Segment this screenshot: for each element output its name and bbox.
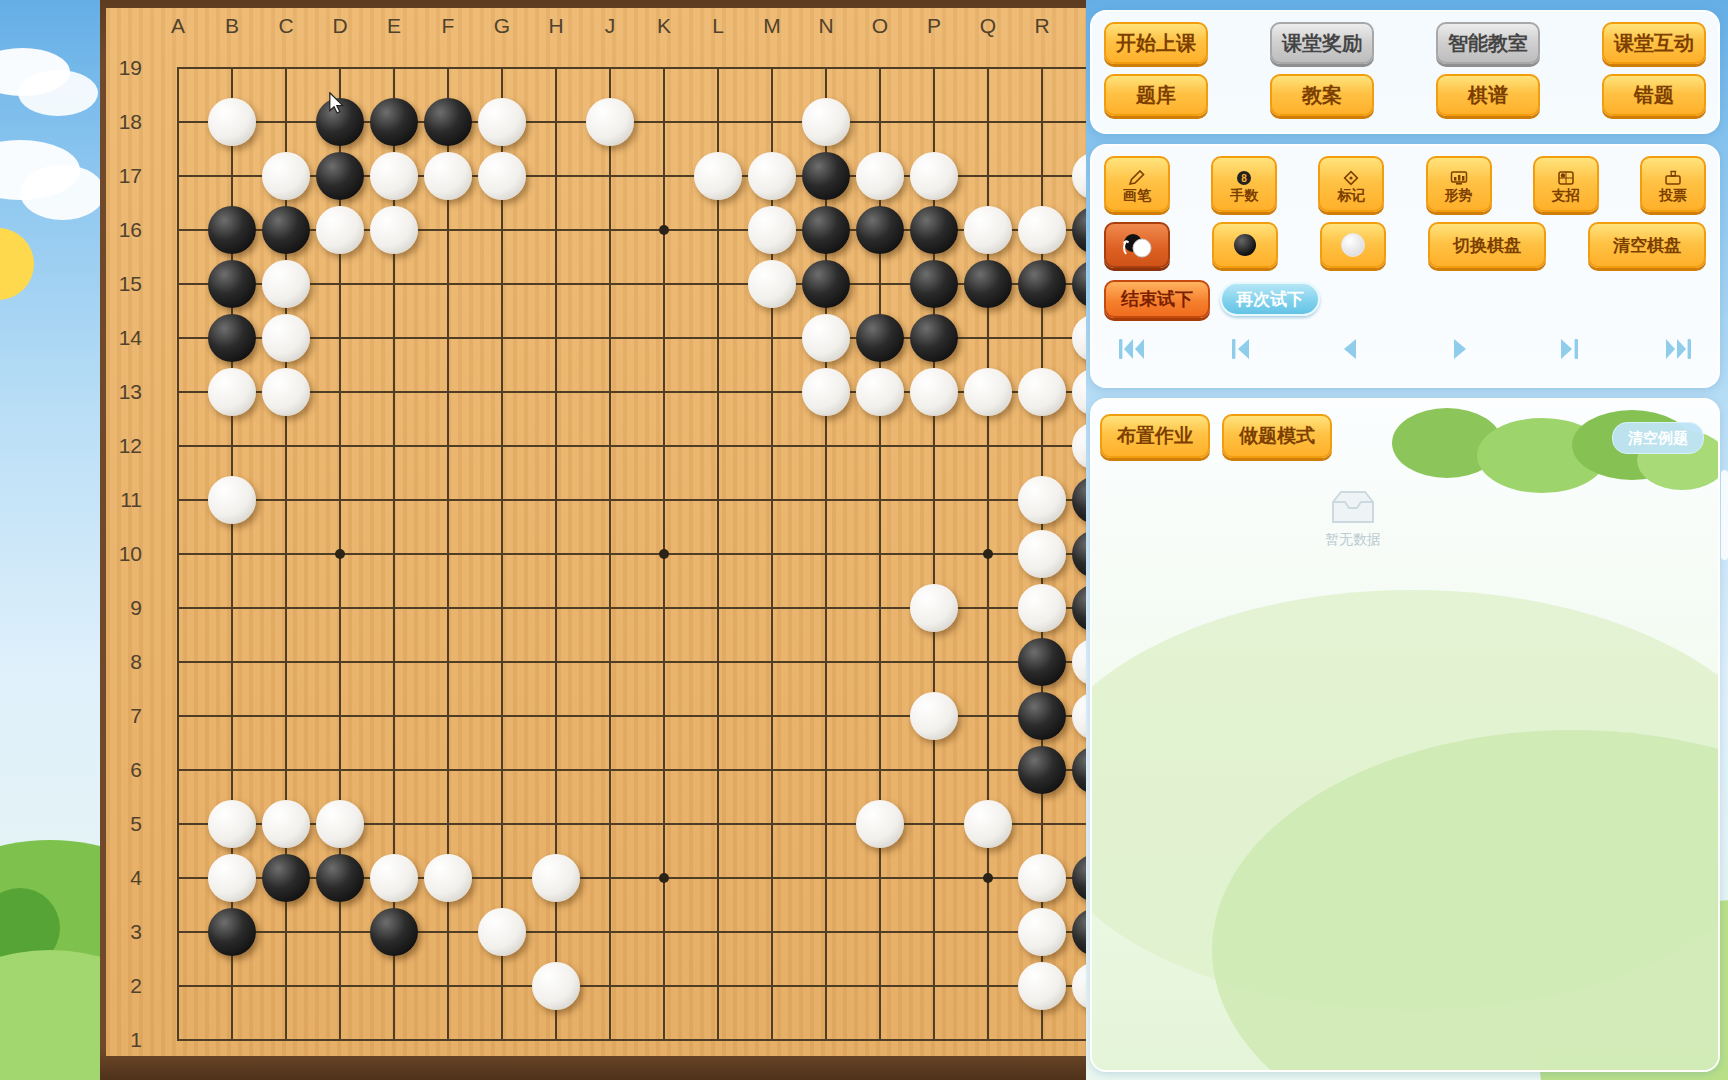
board-tools-card: 画笔 8 手数 标记 形势 支招 投票 — [1090, 144, 1720, 388]
stone-white[interactable] — [856, 368, 904, 416]
stone-black[interactable] — [964, 260, 1012, 308]
stone-white[interactable] — [262, 368, 310, 416]
stone-black[interactable] — [856, 206, 904, 254]
step-forward-bar-icon — [1556, 336, 1582, 362]
stone-white[interactable] — [748, 152, 796, 200]
column-label: P — [919, 14, 949, 38]
grid-line-horizontal — [177, 985, 1086, 987]
stone-white[interactable] — [208, 98, 256, 146]
column-label: L — [703, 14, 733, 38]
stone-black[interactable] — [316, 854, 364, 902]
smart-classroom-button[interactable]: 智能教室 — [1436, 22, 1540, 64]
stone-white[interactable] — [910, 584, 958, 632]
stone-white[interactable] — [910, 152, 958, 200]
stone-white[interactable] — [910, 692, 958, 740]
column-label: O — [865, 14, 895, 38]
row-label: 4 — [108, 866, 142, 890]
row-label: 11 — [108, 488, 142, 512]
stone-white[interactable] — [532, 962, 580, 1010]
class-interaction-button[interactable]: 课堂互动 — [1602, 22, 1706, 64]
stone-white[interactable] — [748, 260, 796, 308]
retry-trial-button[interactable]: 再次试下 — [1220, 282, 1320, 316]
stone-black[interactable] — [1018, 746, 1066, 794]
row-label: 15 — [108, 272, 142, 296]
assign-homework-button[interactable]: 布置作业 — [1100, 414, 1210, 458]
stone-white[interactable] — [1018, 962, 1066, 1010]
column-label: F — [433, 14, 463, 38]
row-label: 14 — [108, 326, 142, 350]
stone-white[interactable] — [802, 368, 850, 416]
hoshi-point — [659, 225, 669, 235]
cloud — [18, 70, 98, 116]
homework-card: 布置作业 做题模式 清空例题 暂无数据 — [1090, 398, 1720, 1072]
stone-black[interactable] — [1072, 530, 1086, 578]
grid-line-horizontal — [177, 67, 1086, 69]
stone-white[interactable] — [802, 314, 850, 362]
sun — [0, 228, 34, 300]
move-number-icon: 8 — [1235, 170, 1253, 186]
stone-white[interactable] — [1018, 476, 1066, 524]
stone-white[interactable] — [1018, 368, 1066, 416]
scrollbar-thumb[interactable] — [1721, 470, 1728, 560]
stone-white[interactable] — [208, 800, 256, 848]
stone-white[interactable] — [262, 260, 310, 308]
stone-white[interactable] — [262, 314, 310, 362]
marker-tool-button[interactable]: 标记 — [1318, 156, 1384, 212]
vote-tool-button[interactable]: 投票 — [1640, 156, 1706, 212]
stone-black[interactable] — [424, 98, 472, 146]
row-label: 2 — [108, 974, 142, 998]
stone-white[interactable] — [910, 368, 958, 416]
step-forward-bar-button[interactable] — [1547, 330, 1591, 368]
stone-white[interactable] — [1072, 692, 1086, 740]
stone-black[interactable] — [802, 260, 850, 308]
svg-text:8: 8 — [1241, 172, 1247, 183]
black-stone-mode-button[interactable] — [1212, 222, 1278, 268]
start-class-button[interactable]: 开始上课 — [1104, 22, 1208, 64]
pencil-icon — [1128, 170, 1146, 186]
column-label: S — [1081, 14, 1086, 38]
column-label: A — [163, 14, 193, 38]
end-trial-button[interactable]: 结束试下 — [1104, 280, 1210, 318]
stone-black[interactable] — [370, 908, 418, 956]
grid-line-horizontal — [177, 769, 1086, 771]
stone-black[interactable] — [1018, 638, 1066, 686]
stone-white[interactable] — [370, 854, 418, 902]
skip-to-last-icon — [1663, 336, 1693, 362]
stone-white[interactable] — [1018, 584, 1066, 632]
stone-black[interactable] — [208, 206, 256, 254]
stone-white[interactable] — [856, 152, 904, 200]
stone-black[interactable] — [856, 314, 904, 362]
stone-white[interactable] — [1018, 854, 1066, 902]
row-label: 12 — [108, 434, 142, 458]
row-label: 18 — [108, 110, 142, 134]
row-label: 9 — [108, 596, 142, 620]
stone-white[interactable] — [1018, 206, 1066, 254]
stone-black[interactable] — [208, 260, 256, 308]
row-label: 19 — [108, 56, 142, 80]
cloud — [20, 165, 105, 220]
move-number-tool-button[interactable]: 8 手数 — [1211, 156, 1277, 212]
grid-line-horizontal — [177, 931, 1086, 933]
stone-black[interactable] — [1018, 260, 1066, 308]
row-label: 10 — [108, 542, 142, 566]
stone-black[interactable] — [910, 314, 958, 362]
grid-line-horizontal — [177, 877, 1086, 879]
grid-line-horizontal — [177, 1039, 1086, 1041]
stone-white[interactable] — [856, 800, 904, 848]
hoshi-point — [659, 873, 669, 883]
black-white-alternate-icon — [1120, 231, 1154, 259]
stone-white[interactable] — [1072, 314, 1086, 362]
clear-board-button[interactable]: 清空棋盘 — [1588, 222, 1706, 268]
alternate-stone-mode-button[interactable] — [1104, 222, 1170, 268]
territory-chart-icon — [1450, 170, 1468, 186]
step-forward-icon — [1447, 336, 1473, 362]
row-label: 1 — [108, 1028, 142, 1052]
class-controls-card: 开始上课 课堂奖励 智能教室 课堂互动 题库 教案 棋谱 错题 — [1090, 10, 1720, 134]
stone-black[interactable] — [802, 206, 850, 254]
grid-line-horizontal — [177, 661, 1086, 663]
stone-white[interactable] — [262, 800, 310, 848]
stone-black[interactable] — [1072, 584, 1086, 632]
stone-black[interactable] — [316, 152, 364, 200]
skip-to-first-icon — [1117, 336, 1147, 362]
empty-box-icon — [1327, 488, 1379, 528]
stone-white[interactable] — [1072, 962, 1086, 1010]
column-label: R — [1027, 14, 1057, 38]
skip-to-first-button[interactable] — [1110, 330, 1154, 368]
column-label: J — [595, 14, 625, 38]
stone-black[interactable] — [1072, 746, 1086, 794]
stone-white[interactable] — [208, 854, 256, 902]
stone-white[interactable] — [748, 206, 796, 254]
stone-black[interactable] — [1072, 854, 1086, 902]
column-label: Q — [973, 14, 1003, 38]
stone-white[interactable] — [478, 152, 526, 200]
stone-white[interactable] — [478, 908, 526, 956]
hoshi-point — [335, 549, 345, 559]
stone-black[interactable] — [910, 206, 958, 254]
stone-white[interactable] — [532, 854, 580, 902]
stone-white[interactable] — [370, 206, 418, 254]
step-forward-button[interactable] — [1438, 330, 1482, 368]
stone-white[interactable] — [478, 98, 526, 146]
column-label: G — [487, 14, 517, 38]
stone-white[interactable] — [1072, 152, 1086, 200]
skip-to-last-button[interactable] — [1656, 330, 1700, 368]
stone-black[interactable] — [910, 260, 958, 308]
grid-line-horizontal — [177, 823, 1086, 825]
stone-black[interactable] — [262, 854, 310, 902]
step-back-icon — [1337, 336, 1363, 362]
stone-black[interactable] — [1018, 692, 1066, 740]
stone-white[interactable] — [316, 800, 364, 848]
step-back-button[interactable] — [1328, 330, 1372, 368]
step-back-bar-icon — [1228, 336, 1254, 362]
white-stone-icon — [1341, 233, 1365, 257]
stone-white[interactable] — [802, 98, 850, 146]
stone-black[interactable] — [1072, 260, 1086, 308]
black-stone-icon — [1234, 234, 1256, 256]
column-label: M — [757, 14, 787, 38]
stone-white[interactable] — [208, 368, 256, 416]
row-label: 7 — [108, 704, 142, 728]
brush-tool-button[interactable]: 画笔 — [1104, 156, 1170, 212]
stone-white[interactable] — [316, 206, 364, 254]
vote-ballot-icon — [1664, 170, 1682, 186]
stone-white[interactable] — [1072, 422, 1086, 470]
stone-white[interactable] — [424, 152, 472, 200]
hoshi-point — [659, 549, 669, 559]
stone-black[interactable] — [1072, 206, 1086, 254]
switch-board-button[interactable]: 切换棋盘 — [1428, 222, 1546, 268]
stone-black[interactable] — [262, 206, 310, 254]
lesson-plan-button[interactable]: 教案 — [1270, 74, 1374, 116]
stone-white[interactable] — [262, 152, 310, 200]
white-stone-mode-button[interactable] — [1320, 222, 1386, 268]
row-label: 3 — [108, 920, 142, 944]
stone-white[interactable] — [586, 98, 634, 146]
kifu-button[interactable]: 棋谱 — [1436, 74, 1540, 116]
hint-board-icon — [1557, 170, 1575, 186]
stone-white[interactable] — [964, 206, 1012, 254]
grid-line-horizontal — [177, 553, 1086, 555]
step-back-bar-button[interactable] — [1219, 330, 1263, 368]
question-bank-button[interactable]: 题库 — [1104, 74, 1208, 116]
grid-line-horizontal — [177, 499, 1086, 501]
row-label: 17 — [108, 164, 142, 188]
clear-examples-button[interactable]: 清空例题 — [1612, 422, 1704, 454]
wrong-questions-button[interactable]: 错题 — [1602, 74, 1706, 116]
stone-white[interactable] — [1018, 530, 1066, 578]
stone-white[interactable] — [1072, 368, 1086, 416]
quiz-mode-button[interactable]: 做题模式 — [1222, 414, 1332, 458]
stone-white[interactable] — [424, 854, 472, 902]
hint-tool-button[interactable]: 支招 — [1533, 156, 1599, 212]
stone-white[interactable] — [1072, 638, 1086, 686]
stone-white[interactable] — [964, 368, 1012, 416]
stone-white[interactable] — [1018, 908, 1066, 956]
stone-white[interactable] — [964, 800, 1012, 848]
column-label: H — [541, 14, 571, 38]
stone-black[interactable] — [208, 314, 256, 362]
row-label: 6 — [108, 758, 142, 782]
column-label: E — [379, 14, 409, 38]
stone-black[interactable] — [1072, 908, 1086, 956]
go-board[interactable]: A19B18C17D16E15F14G13H12J11K10L9M8N7O6P5… — [106, 8, 1086, 1056]
row-label: 13 — [108, 380, 142, 404]
stone-black[interactable] — [370, 98, 418, 146]
empty-state: 暂无数据 — [1288, 488, 1418, 549]
hoshi-point — [983, 873, 993, 883]
column-label: K — [649, 14, 679, 38]
grid-line-vertical — [717, 67, 719, 1041]
column-label: C — [271, 14, 301, 38]
row-label: 16 — [108, 218, 142, 242]
column-label: D — [325, 14, 355, 38]
mouse-cursor — [327, 92, 345, 114]
empty-state-text: 暂无数据 — [1288, 531, 1418, 549]
stone-white[interactable] — [208, 476, 256, 524]
stone-black[interactable] — [1072, 476, 1086, 524]
stone-black[interactable] — [802, 152, 850, 200]
row-label: 5 — [108, 812, 142, 836]
grid-line-horizontal — [177, 445, 1086, 447]
column-label: B — [217, 14, 247, 38]
class-reward-button[interactable]: 课堂奖励 — [1270, 22, 1374, 64]
row-label: 8 — [108, 650, 142, 674]
stone-white[interactable] — [370, 152, 418, 200]
stone-white[interactable] — [694, 152, 742, 200]
column-label: N — [811, 14, 841, 38]
hoshi-point — [983, 549, 993, 559]
marker-diamond-icon — [1342, 170, 1360, 186]
territory-tool-button[interactable]: 形势 — [1426, 156, 1492, 212]
stone-black[interactable] — [208, 908, 256, 956]
go-board-frame: A19B18C17D16E15F14G13H12J11K10L9M8N7O6P5… — [100, 0, 1086, 1080]
